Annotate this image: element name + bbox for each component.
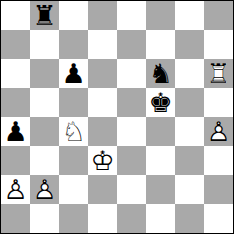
square-h5[interactable] — [204, 88, 233, 117]
square-c3[interactable] — [59, 146, 88, 175]
square-c7[interactable] — [59, 30, 88, 59]
square-f2[interactable] — [146, 175, 175, 204]
king-outline-glyph: ♔ — [88, 146, 117, 175]
square-g5[interactable] — [175, 88, 204, 117]
square-f4[interactable] — [146, 117, 175, 146]
square-g6[interactable] — [175, 59, 204, 88]
square-e7[interactable] — [117, 30, 146, 59]
square-d3[interactable]: ♚♔ — [88, 146, 117, 175]
piece-white-knight[interactable]: ♞♘ — [59, 117, 88, 146]
square-b6[interactable] — [30, 59, 59, 88]
rook-filled-glyph: ♜ — [30, 1, 59, 30]
pawn-outline-glyph: ♙ — [30, 175, 59, 204]
piece-black-king[interactable]: ♚ — [146, 88, 175, 117]
piece-white-king[interactable]: ♚♔ — [88, 146, 117, 175]
square-h2[interactable] — [204, 175, 233, 204]
square-b8[interactable]: ♜ — [30, 1, 59, 30]
square-c4[interactable]: ♞♘ — [59, 117, 88, 146]
square-g7[interactable] — [175, 30, 204, 59]
piece-white-rook[interactable]: ♜♖ — [204, 59, 233, 88]
square-g3[interactable] — [175, 146, 204, 175]
square-b4[interactable] — [30, 117, 59, 146]
square-h8[interactable] — [204, 1, 233, 30]
square-e1[interactable] — [117, 204, 146, 233]
square-a7[interactable] — [1, 30, 30, 59]
knight-outline-glyph: ♘ — [59, 117, 88, 146]
pawn-outline-glyph: ♙ — [1, 175, 30, 204]
square-d7[interactable] — [88, 30, 117, 59]
square-h1[interactable] — [204, 204, 233, 233]
chess-board: ♜♟♞♜♖♚♟♞♘♟♙♚♔♟♙♟♙ — [0, 0, 234, 234]
piece-black-pawn[interactable]: ♟ — [1, 117, 30, 146]
square-h3[interactable] — [204, 146, 233, 175]
square-c1[interactable] — [59, 204, 88, 233]
knight-filled-glyph: ♞ — [146, 59, 175, 88]
square-h7[interactable] — [204, 30, 233, 59]
square-f5[interactable]: ♚ — [146, 88, 175, 117]
square-b3[interactable] — [30, 146, 59, 175]
square-a5[interactable] — [1, 88, 30, 117]
square-f8[interactable] — [146, 1, 175, 30]
pawn-filled-glyph: ♟ — [1, 117, 30, 146]
square-d6[interactable] — [88, 59, 117, 88]
square-f6[interactable]: ♞ — [146, 59, 175, 88]
square-d2[interactable] — [88, 175, 117, 204]
piece-white-pawn[interactable]: ♟♙ — [1, 175, 30, 204]
square-d4[interactable] — [88, 117, 117, 146]
piece-black-pawn[interactable]: ♟ — [59, 59, 88, 88]
square-g2[interactable] — [175, 175, 204, 204]
square-b7[interactable] — [30, 30, 59, 59]
square-a1[interactable] — [1, 204, 30, 233]
square-a2[interactable]: ♟♙ — [1, 175, 30, 204]
square-d5[interactable] — [88, 88, 117, 117]
square-f1[interactable] — [146, 204, 175, 233]
square-e5[interactable] — [117, 88, 146, 117]
rook-outline-glyph: ♖ — [204, 59, 233, 88]
square-e2[interactable] — [117, 175, 146, 204]
square-e4[interactable] — [117, 117, 146, 146]
square-g8[interactable] — [175, 1, 204, 30]
piece-black-rook[interactable]: ♜ — [30, 1, 59, 30]
square-h6[interactable]: ♜♖ — [204, 59, 233, 88]
square-c5[interactable] — [59, 88, 88, 117]
square-e8[interactable] — [117, 1, 146, 30]
square-e6[interactable] — [117, 59, 146, 88]
pawn-outline-glyph: ♙ — [204, 117, 233, 146]
square-f7[interactable] — [146, 30, 175, 59]
square-d8[interactable] — [88, 1, 117, 30]
square-a6[interactable] — [1, 59, 30, 88]
king-filled-glyph: ♚ — [146, 88, 175, 117]
square-d1[interactable] — [88, 204, 117, 233]
square-a4[interactable]: ♟ — [1, 117, 30, 146]
pawn-filled-glyph: ♟ — [59, 59, 88, 88]
piece-white-pawn[interactable]: ♟♙ — [30, 175, 59, 204]
square-g4[interactable] — [175, 117, 204, 146]
piece-black-knight[interactable]: ♞ — [146, 59, 175, 88]
square-c2[interactable] — [59, 175, 88, 204]
square-b1[interactable] — [30, 204, 59, 233]
piece-white-pawn[interactable]: ♟♙ — [204, 117, 233, 146]
square-e3[interactable] — [117, 146, 146, 175]
square-a8[interactable] — [1, 1, 30, 30]
square-h4[interactable]: ♟♙ — [204, 117, 233, 146]
square-c8[interactable] — [59, 1, 88, 30]
square-a3[interactable] — [1, 146, 30, 175]
square-c6[interactable]: ♟ — [59, 59, 88, 88]
square-b5[interactable] — [30, 88, 59, 117]
square-g1[interactable] — [175, 204, 204, 233]
square-b2[interactable]: ♟♙ — [30, 175, 59, 204]
square-f3[interactable] — [146, 146, 175, 175]
